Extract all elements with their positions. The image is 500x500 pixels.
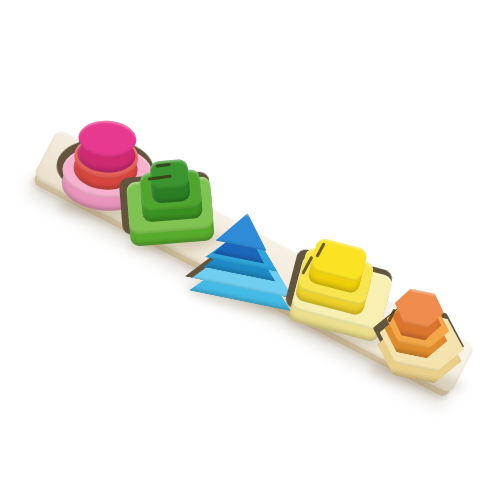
toy-board-scene (26, 128, 476, 408)
product-photo-canvas (0, 0, 500, 500)
stack-hexagons (339, 258, 500, 423)
hexagon-piece-small (389, 286, 448, 343)
